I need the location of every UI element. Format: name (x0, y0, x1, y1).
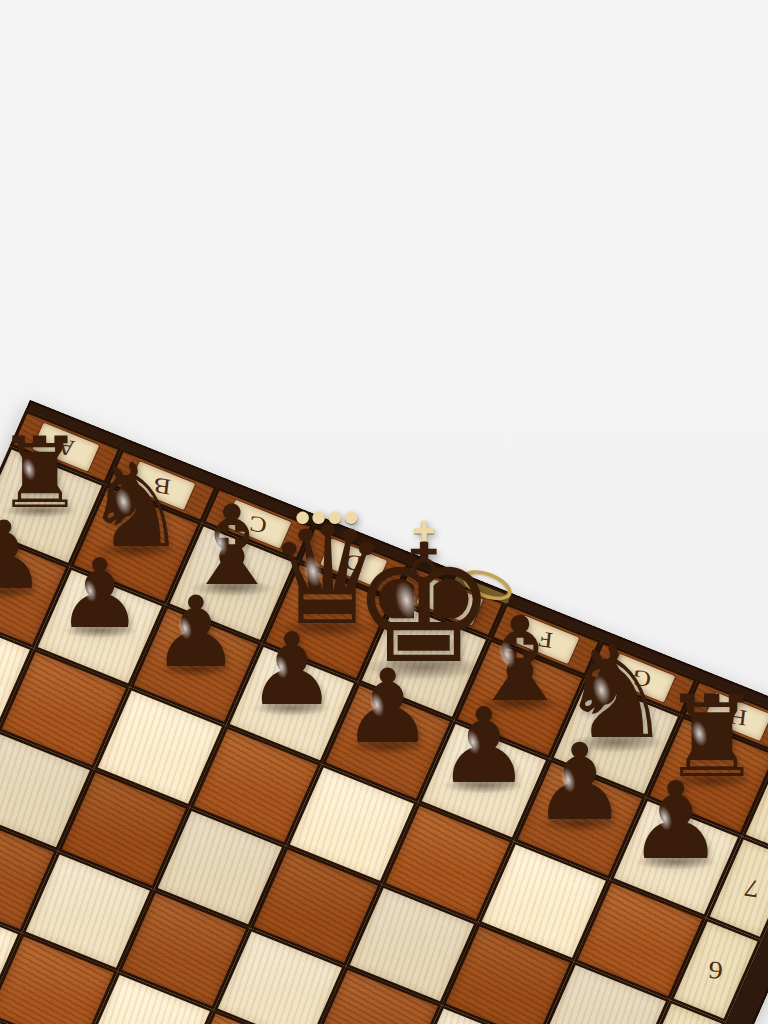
file-label-b: B (152, 472, 172, 500)
file-label-g: G (631, 664, 652, 692)
rank-label-6: 6 (707, 955, 724, 986)
product-photo-scene: ABCDEFGH87654321 ♜♞♝♛●●●●♚✚♝♞♜♟♟♟♟♟♟♟♟ (0, 0, 768, 1024)
file-label-d: D (343, 549, 364, 577)
chess-board: ABCDEFGH87654321 (0, 400, 768, 1024)
rank-label-7: 7 (743, 873, 760, 904)
file-label-h: H (727, 703, 748, 731)
king-cross-finial: ✚ (412, 518, 435, 546)
board-grid: ABCDEFGH87654321 (0, 410, 768, 1024)
file-label-a: A (55, 433, 76, 461)
file-label-c: C (248, 510, 268, 538)
file-label-e: E (441, 587, 459, 614)
file-label-f: F (537, 626, 554, 653)
